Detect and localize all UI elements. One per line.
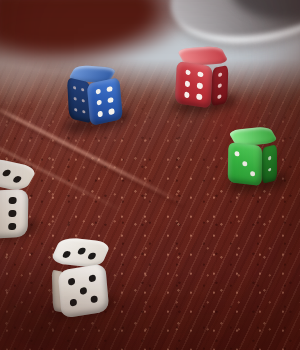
die-pip	[87, 252, 97, 260]
die-white-left	[0, 158, 39, 243]
die-pip	[196, 94, 202, 101]
die-white-bottom	[51, 237, 115, 318]
die-pip	[185, 69, 191, 76]
die-pip	[89, 275, 97, 283]
die-face-side	[262, 144, 277, 184]
die-pip	[109, 109, 115, 115]
die-face-front	[227, 142, 261, 186]
die-face-front	[0, 189, 29, 240]
die-face-top	[50, 237, 112, 268]
die-pip	[75, 108, 78, 112]
die-pip	[77, 247, 87, 255]
die-pip	[90, 296, 98, 304]
die-pip	[249, 171, 254, 177]
die-pip	[196, 82, 202, 89]
die-pip	[197, 71, 203, 78]
die-pip	[9, 210, 16, 218]
die-pip	[97, 100, 103, 106]
die-pip	[98, 111, 104, 117]
die-face-front	[87, 77, 124, 126]
die-pip	[217, 94, 221, 99]
die-pip	[2, 169, 13, 177]
die-pip	[62, 250, 72, 258]
dice-table-photo	[0, 0, 300, 350]
die-pip	[234, 151, 239, 157]
die-pip	[108, 97, 114, 103]
die-pip	[218, 83, 222, 88]
die-blue	[66, 63, 123, 129]
die-pip	[9, 197, 16, 205]
die-pip	[81, 88, 84, 92]
dice-layer	[0, 0, 300, 350]
die-pip	[267, 167, 271, 172]
die-pip	[82, 99, 85, 103]
die-pip	[82, 110, 85, 114]
die-pip	[267, 156, 271, 161]
die-pip	[107, 86, 113, 92]
die-pip	[68, 278, 76, 286]
die-pip	[70, 299, 78, 307]
die-pip	[12, 175, 23, 183]
die-pip	[218, 72, 222, 77]
die-red	[174, 45, 230, 111]
die-pip	[74, 97, 77, 101]
die-pip	[73, 86, 76, 90]
die-green	[227, 127, 278, 187]
die-face-front	[174, 61, 212, 109]
die-face-side	[211, 65, 229, 106]
die-pip	[79, 287, 87, 295]
die-pip	[184, 80, 190, 87]
die-face-top	[0, 157, 39, 193]
die-face-front	[57, 264, 108, 319]
die-pip	[96, 88, 102, 94]
die-pip	[242, 161, 247, 167]
die-pip	[184, 92, 190, 99]
die-pip	[8, 223, 15, 231]
